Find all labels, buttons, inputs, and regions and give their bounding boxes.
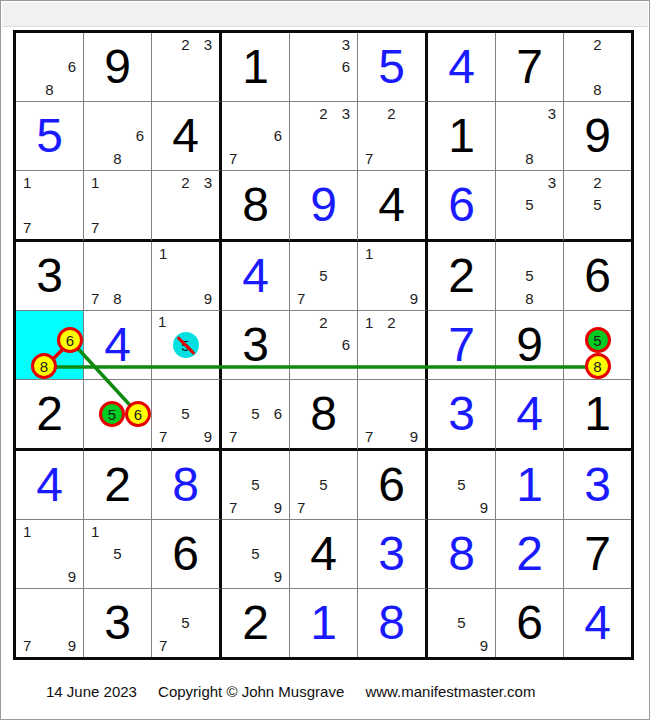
footer-date: 14 June 2023 — [46, 683, 137, 700]
cell-r3c5[interactable]: 9 — [290, 171, 358, 242]
candidate-6: 6 — [136, 128, 144, 143]
cell-r4c3[interactable]: 19 — [152, 242, 222, 311]
candidate-7: 7 — [229, 151, 237, 166]
candidate-7: 7 — [23, 220, 31, 235]
cell-r1c7[interactable]: 4 — [428, 33, 496, 102]
cell-value: 2 — [516, 530, 543, 578]
candidate-6: 6 — [342, 59, 350, 74]
cell-value: 3 — [104, 599, 131, 647]
cell-r5c6[interactable]: 12 — [358, 311, 428, 380]
candidate-1: 1 — [158, 314, 166, 329]
cell-r6c4[interactable]: 567 — [222, 380, 290, 451]
cell-r4c1[interactable]: 3 — [16, 242, 84, 311]
cell-r2c2[interactable]: 68 — [84, 102, 152, 171]
candidate-7: 7 — [297, 291, 305, 306]
cell-value: 1 — [310, 599, 337, 647]
candidate-3: 3 — [548, 106, 556, 121]
candidate-7: 7 — [365, 429, 373, 444]
cell-r4c7[interactable]: 2 — [428, 242, 496, 311]
candidate-1: 1 — [365, 315, 373, 330]
candidate-2: 2 — [319, 315, 327, 330]
cell-r1c2[interactable]: 9 — [84, 33, 152, 102]
cell-r6c9[interactable]: 1 — [564, 380, 631, 451]
candidate-9: 9 — [410, 429, 418, 444]
candidate-6: 6 — [274, 128, 282, 143]
candidate-3: 3 — [204, 37, 212, 52]
cell-r1c3[interactable]: 23 — [152, 33, 222, 102]
cell-r3c3[interactable]: 23 — [152, 171, 222, 242]
cell-value: 2 — [36, 390, 63, 438]
footer-copyright: Copyright © John Musgrave — [158, 683, 344, 700]
cell-r9c8[interactable]: 6 — [496, 589, 564, 657]
cell-value: 1 — [242, 43, 269, 91]
cell-r3c7[interactable]: 6 — [428, 171, 496, 242]
candidate-5: 5 — [251, 477, 259, 492]
candidate-5: 5 — [181, 615, 189, 630]
cell-r1c9[interactable]: 28 — [564, 33, 631, 102]
candidate-8-chain-node: 8 — [585, 353, 611, 379]
cell-r9c7[interactable]: 59 — [428, 589, 496, 657]
candidate-9: 9 — [68, 638, 76, 653]
candidate-8-chain-node: 8 — [31, 353, 57, 379]
candidate-8: 8 — [593, 82, 601, 97]
cell-value: 6 — [516, 599, 543, 647]
cell-r8c3[interactable]: 6 — [152, 520, 222, 589]
cell-r3c4[interactable]: 8 — [222, 171, 290, 242]
candidate-9: 9 — [480, 500, 488, 515]
cell-value: 4 — [242, 252, 269, 300]
candidate-9: 9 — [204, 429, 212, 444]
cell-r4c5[interactable]: 57 — [290, 242, 358, 311]
cell-value: 8 — [310, 390, 337, 438]
cell-r2c9[interactable]: 9 — [564, 102, 631, 171]
candidate-5: 5 — [251, 546, 259, 561]
cell-value: 7 — [448, 321, 475, 369]
cell-value: 1 — [448, 112, 475, 160]
cell-r6c2[interactable]: 56 — [84, 380, 152, 451]
sudoku-app-window: 6892313654728568467232713891717238946352… — [0, 0, 650, 720]
cell-r1c4[interactable]: 1 — [222, 33, 290, 102]
cell-value: 6 — [378, 461, 405, 509]
candidate-9: 9 — [204, 291, 212, 306]
cell-r3c2[interactable]: 17 — [84, 171, 152, 242]
cell-r5c3[interactable]: 15 — [152, 311, 222, 380]
cell-value: 2 — [242, 599, 269, 647]
cell-value: 3 — [584, 461, 611, 509]
cell-r8c4[interactable]: 59 — [222, 520, 290, 589]
candidate-5: 5 — [525, 268, 533, 283]
candidate-5: 5 — [457, 477, 465, 492]
cell-r4c9[interactable]: 6 — [564, 242, 631, 311]
cell-value: 8 — [448, 530, 475, 578]
footer-website: www.manifestmaster.com — [365, 683, 535, 700]
cell-value: 6 — [584, 252, 611, 300]
cell-value: 5 — [36, 112, 63, 160]
candidate-1: 1 — [91, 175, 99, 190]
cell-r8c9[interactable]: 7 — [564, 520, 631, 589]
candidate-5: 5 — [319, 268, 327, 283]
candidate-5: 5 — [525, 197, 533, 212]
cell-r9c9[interactable]: 4 — [564, 589, 631, 657]
candidate-7: 7 — [91, 220, 99, 235]
candidate-6-chain-node: 6 — [125, 401, 151, 427]
cell-r7c3[interactable]: 8 — [152, 451, 222, 520]
cell-r6c6[interactable]: 79 — [358, 380, 428, 451]
candidate-5: 5 — [181, 406, 189, 421]
footer: 14 June 2023 Copyright © John Musgrave w… — [46, 683, 535, 700]
cell-r9c2[interactable]: 3 — [84, 589, 152, 657]
cell-r5c5[interactable]: 26 — [290, 311, 358, 380]
cell-r7c4[interactable]: 579 — [222, 451, 290, 520]
cell-value: 8 — [172, 461, 199, 509]
candidate-7: 7 — [159, 638, 167, 653]
candidate-1: 1 — [23, 524, 31, 539]
cell-r7c1[interactable]: 4 — [16, 451, 84, 520]
candidate-8: 8 — [525, 151, 533, 166]
cell-value: 4 — [584, 599, 611, 647]
cell-value: 1 — [584, 390, 611, 438]
candidate-6: 6 — [342, 337, 350, 352]
cell-r2c5[interactable]: 23 — [290, 102, 358, 171]
candidate-3: 3 — [204, 175, 212, 190]
cell-value: 3 — [242, 321, 269, 369]
candidate-2: 2 — [319, 106, 327, 121]
cell-value: 5 — [378, 43, 405, 91]
cell-r9c5[interactable]: 1 — [290, 589, 358, 657]
candidate-8: 8 — [113, 291, 121, 306]
cell-r5c4[interactable]: 3 — [222, 311, 290, 380]
cell-value: 8 — [378, 599, 405, 647]
cell-r3c6[interactable]: 4 — [358, 171, 428, 242]
cell-value: 9 — [104, 43, 131, 91]
cell-r2c1[interactable]: 5 — [16, 102, 84, 171]
cell-r7c8[interactable]: 1 — [496, 451, 564, 520]
cell-value: 4 — [516, 390, 543, 438]
cell-value: 3 — [36, 252, 63, 300]
cell-r7c7[interactable]: 59 — [428, 451, 496, 520]
candidate-5-chain-node: 5 — [99, 401, 125, 427]
cell-r9c1[interactable]: 79 — [16, 589, 84, 657]
cell-r2c3[interactable]: 4 — [152, 102, 222, 171]
sudoku-grid: 6892313654728568467232713891717238946352… — [13, 30, 634, 660]
cell-r5c1[interactable]: 68 — [16, 311, 84, 380]
candidate-9: 9 — [68, 569, 76, 584]
candidate-7: 7 — [91, 291, 99, 306]
cell-value: 4 — [378, 181, 405, 229]
cell-r4c6[interactable]: 19 — [358, 242, 428, 311]
candidate-5-eliminated: 5 — [173, 332, 199, 358]
cell-value: 8 — [242, 181, 269, 229]
cell-r1c6[interactable]: 5 — [358, 33, 428, 102]
candidate-7: 7 — [229, 429, 237, 444]
candidate-3: 3 — [548, 175, 556, 190]
cell-r6c5[interactable]: 8 — [290, 380, 358, 451]
candidate-7: 7 — [229, 500, 237, 515]
cell-r7c5[interactable]: 57 — [290, 451, 358, 520]
cell-value: 7 — [584, 530, 611, 578]
cell-r1c8[interactable]: 7 — [496, 33, 564, 102]
cell-r9c3[interactable]: 57 — [152, 589, 222, 657]
cell-r1c1[interactable]: 68 — [16, 33, 84, 102]
cell-value: 7 — [516, 43, 543, 91]
candidate-1: 1 — [159, 246, 167, 261]
candidate-1: 1 — [365, 246, 373, 261]
candidate-9: 9 — [480, 638, 488, 653]
candidate-3: 3 — [342, 106, 350, 121]
cell-r4c4[interactable]: 4 — [222, 242, 290, 311]
candidate-5-chain-node: 5 — [585, 327, 611, 353]
cell-r9c4[interactable]: 2 — [222, 589, 290, 657]
candidate-2: 2 — [181, 175, 189, 190]
candidate-9: 9 — [274, 500, 282, 515]
candidate-7: 7 — [297, 500, 305, 515]
candidate-2: 2 — [181, 37, 189, 52]
candidate-6-chain-node: 6 — [57, 327, 83, 353]
candidate-9: 9 — [274, 569, 282, 584]
cell-r2c4[interactable]: 67 — [222, 102, 290, 171]
candidate-5: 5 — [113, 546, 121, 561]
cell-value: 9 — [310, 181, 337, 229]
candidate-6: 6 — [68, 59, 76, 74]
candidate-2: 2 — [387, 315, 395, 330]
candidate-2: 2 — [593, 175, 601, 190]
cell-r6c8[interactable]: 4 — [496, 380, 564, 451]
candidate-2: 2 — [387, 106, 395, 121]
candidate-5: 5 — [457, 615, 465, 630]
cell-value: 2 — [104, 461, 131, 509]
cell-r2c7[interactable]: 1 — [428, 102, 496, 171]
cell-value: 4 — [36, 461, 63, 509]
cell-r7c2[interactable]: 2 — [84, 451, 152, 520]
cell-r6c3[interactable]: 579 — [152, 380, 222, 451]
cell-value: 6 — [172, 530, 199, 578]
cell-r1c5[interactable]: 36 — [290, 33, 358, 102]
cell-r5c7[interactable]: 7 — [428, 311, 496, 380]
title-bar — [2, 2, 648, 27]
candidate-8: 8 — [525, 291, 533, 306]
cell-r8c8[interactable]: 2 — [496, 520, 564, 589]
cell-value: 4 — [310, 530, 337, 578]
cell-r6c7[interactable]: 3 — [428, 380, 496, 451]
cell-r4c2[interactable]: 78 — [84, 242, 152, 311]
candidate-2: 2 — [593, 37, 601, 52]
cell-value: 4 — [104, 321, 131, 369]
candidate-5: 5 — [593, 197, 601, 212]
candidate-1: 1 — [91, 524, 99, 539]
cell-r8c7[interactable]: 8 — [428, 520, 496, 589]
cell-r8c5[interactable]: 4 — [290, 520, 358, 589]
cell-value: 2 — [448, 252, 475, 300]
cell-value: 4 — [448, 43, 475, 91]
cell-value: 3 — [378, 530, 405, 578]
cell-value: 4 — [172, 112, 199, 160]
cell-r8c1[interactable]: 19 — [16, 520, 84, 589]
cell-r3c1[interactable]: 17 — [16, 171, 84, 242]
candidate-5: 5 — [251, 406, 259, 421]
cell-r2c6[interactable]: 27 — [358, 102, 428, 171]
cell-r2c8[interactable]: 38 — [496, 102, 564, 171]
candidate-8: 8 — [113, 151, 121, 166]
candidate-9: 9 — [410, 291, 418, 306]
cell-r3c8[interactable]: 35 — [496, 171, 564, 242]
cell-value: 3 — [448, 390, 475, 438]
candidate-8: 8 — [45, 82, 53, 97]
cell-r4c8[interactable]: 58 — [496, 242, 564, 311]
cell-r8c6[interactable]: 3 — [358, 520, 428, 589]
candidate-6: 6 — [274, 406, 282, 421]
candidate-5: 5 — [319, 477, 327, 492]
cell-r7c6[interactable]: 6 — [358, 451, 428, 520]
candidate-7: 7 — [365, 151, 373, 166]
cell-r5c9[interactable]: 58 — [564, 311, 631, 380]
cell-value: 1 — [516, 461, 543, 509]
cell-r5c8[interactable]: 9 — [496, 311, 564, 380]
cell-r3c9[interactable]: 25 — [564, 171, 631, 242]
cell-r7c9[interactable]: 3 — [564, 451, 631, 520]
cell-r8c2[interactable]: 15 — [84, 520, 152, 589]
candidate-7: 7 — [23, 638, 31, 653]
cell-value: 9 — [516, 321, 543, 369]
candidate-1: 1 — [23, 175, 31, 190]
cell-value: 6 — [448, 181, 475, 229]
candidate-3: 3 — [342, 37, 350, 52]
candidate-7: 7 — [159, 429, 167, 444]
cell-r6c1[interactable]: 2 — [16, 380, 84, 451]
cell-r9c6[interactable]: 8 — [358, 589, 428, 657]
cell-value: 9 — [584, 112, 611, 160]
cell-r5c2[interactable]: 4 — [84, 311, 152, 380]
